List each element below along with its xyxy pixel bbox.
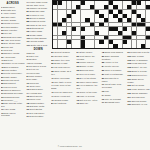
clue-number: 49 <box>51 99 54 101</box>
grid-cell-black <box>137 1 141 5</box>
grid-cell-black <box>109 10 113 14</box>
clue-number: 76 <box>76 102 79 104</box>
clue-number: 1 <box>1 6 3 8</box>
clue-item: 119 Sheep's sound <box>127 100 150 103</box>
clue-number: 61 <box>1 92 4 94</box>
clue-item: 85 Bloom of spring <box>27 17 51 20</box>
clue-item: 80 Early morning moisture <box>102 55 125 61</box>
grid-cell-black <box>127 36 131 40</box>
grid-cell <box>113 23 117 27</box>
grid-cell <box>113 40 117 44</box>
grid-cell <box>146 40 150 44</box>
clue-number: 11 <box>27 85 30 87</box>
copyright-credit: © King Features Synd., Inc. <box>38 145 102 147</box>
grid-cell <box>85 14 89 18</box>
clue-number: 87 <box>102 73 105 75</box>
grid-cell <box>81 14 85 18</box>
clue-item: 20 Mouth of a river <box>1 22 25 25</box>
grid-cell <box>67 23 71 27</box>
clue-number: 99 <box>127 51 130 53</box>
clue-item: 63 Grazing ground <box>1 96 25 99</box>
clue-number: 50 <box>1 72 4 74</box>
grid-cell <box>76 18 80 22</box>
clue-item: 66 Welcome ___ <box>1 99 25 102</box>
grid-cell <box>104 27 108 31</box>
crossword-grid <box>52 0 150 49</box>
clue-item: 53 Poker payment <box>1 79 25 82</box>
grid-cell <box>113 36 117 40</box>
clue-item: 1 Big rig <box>27 52 51 55</box>
grid-cell <box>53 5 57 9</box>
grid-cell-black <box>67 14 71 18</box>
grid-cell <box>53 14 57 18</box>
grid-cell <box>85 31 89 35</box>
grid-cell <box>58 36 62 40</box>
clue-item: 25 Wee bit <box>1 32 25 35</box>
clue-number: 86 <box>102 69 105 71</box>
clue-item: 49 Crow's cousin <box>51 99 74 102</box>
grid-cell <box>132 27 136 31</box>
grid-cell <box>81 10 85 14</box>
clue-number: 45 <box>1 66 4 68</box>
grid-cell-black <box>146 36 150 40</box>
grid-cell-black <box>67 40 71 44</box>
grid-cell-black <box>118 31 122 35</box>
grid-cell <box>141 14 145 18</box>
grid-cell <box>104 31 108 35</box>
grid-cell-black <box>81 36 85 40</box>
grid-cell-black <box>141 18 145 22</box>
clue-item: 87 Part of a staircase <box>102 73 125 76</box>
clue-number: 17 <box>1 19 4 21</box>
clue-number: 88 <box>27 20 30 22</box>
grid-cell <box>95 36 99 40</box>
grid-cell-black <box>132 1 136 5</box>
clue-item: 52 Crafty glance <box>1 76 25 79</box>
clue-number: 56 <box>76 55 79 57</box>
grid-cell <box>109 18 113 22</box>
grid-cell-black <box>58 23 62 27</box>
clue-number: 90 <box>27 24 30 26</box>
clue-number: 37 <box>51 66 54 68</box>
grid-cell <box>146 1 150 5</box>
clue-number: 94 <box>102 94 105 96</box>
grid-cell-black <box>62 31 66 35</box>
clue-item: 81 Sushi-bar eggs <box>27 10 51 13</box>
clue-item: 9 Alpine refrain <box>1 12 25 15</box>
clue-number: 64 <box>76 73 79 75</box>
grid-cell <box>85 23 89 27</box>
clue-item: 13 Fancy party <box>1 16 25 19</box>
grid-cell-black <box>85 18 89 22</box>
grid-cell <box>81 5 85 9</box>
clue-item: 29 Coldest season <box>51 51 74 54</box>
grid-cell <box>141 10 145 14</box>
grid-cell <box>132 5 136 9</box>
grid-cell <box>67 1 71 5</box>
grid-cell-black <box>141 23 145 27</box>
clue-number: 105 <box>127 66 131 68</box>
clue-item: 65 Eye of the storm <box>76 77 99 80</box>
clue-number: 115 <box>127 92 131 94</box>
grid-cell <box>62 5 66 9</box>
grid-cell-black <box>118 10 122 14</box>
clue-item: 5 Operatic solo <box>1 9 25 12</box>
grid-cell-black <box>109 40 113 44</box>
grid-cell-black <box>146 5 150 9</box>
grid-cell <box>99 1 103 5</box>
grid-cell-black <box>72 27 76 31</box>
grid-cell <box>146 18 150 22</box>
clue-item: 93 Lad <box>102 90 125 93</box>
grid-cell <box>72 40 76 44</box>
clue-item: 15 Short snooze <box>27 95 51 98</box>
grid-cell <box>58 14 62 18</box>
clue-number: 119 <box>127 100 131 102</box>
clue-number: 27 <box>27 115 30 117</box>
clue-number: 52 <box>1 76 4 78</box>
clue-number: 25 <box>1 32 4 34</box>
clue-number: 36 <box>1 52 4 54</box>
clue-number: 30 <box>1 42 4 44</box>
clue-item: 59 Miner's discovery <box>1 89 25 92</box>
grid-cell <box>90 27 94 31</box>
clue-item: 35 Beam of light <box>51 62 74 65</box>
clue-item: 95 Festive bash <box>27 30 51 33</box>
clue-item: 121 Opposite of yes <box>127 103 150 106</box>
clue-item: 113 Long, slippery fish <box>127 88 150 91</box>
clue-number: 28 <box>1 39 4 41</box>
grid-cell <box>118 5 122 9</box>
grid-cell <box>76 27 80 31</box>
grid-cell <box>109 23 113 27</box>
clue-item: 117 Golf ball prop <box>127 96 150 99</box>
clue-number: 16 <box>27 98 30 100</box>
clue-number: 101 <box>27 37 31 39</box>
clue-number: 65 <box>76 77 79 79</box>
clue-number: 55 <box>1 82 4 84</box>
clue-number: 84 <box>102 65 105 67</box>
grid-cell-black <box>90 23 94 27</box>
clue-item: 19 Soft gray metal <box>27 105 51 108</box>
grid-cell <box>127 27 131 31</box>
grid-cell <box>137 36 141 40</box>
clue-item: 60 Bundle of hay <box>76 65 99 68</box>
clue-number: 121 <box>127 103 131 105</box>
clue-number: 102 <box>127 59 131 61</box>
grid-cell <box>76 1 80 5</box>
grid-cell <box>137 10 141 14</box>
grid-cell-black <box>99 14 103 18</box>
clue-item: 58 Muddy pig pen <box>76 61 99 64</box>
grid-cell <box>109 36 113 40</box>
grid-cell <box>85 5 89 9</box>
grid-cell <box>76 40 80 44</box>
clue-item: 110 Small green veggie <box>127 78 150 84</box>
clue-number: 44 <box>51 84 54 86</box>
grid-cell <box>123 5 127 9</box>
grid-cell <box>58 5 62 9</box>
clue-item: 74 Funny-page fellow <box>27 1 51 4</box>
clue-number: 97 <box>102 101 105 103</box>
grid-cell <box>53 10 57 14</box>
clue-number: 72 <box>1 112 4 114</box>
grid-cell <box>141 1 145 5</box>
grid-cell-black <box>113 44 117 48</box>
grid-cell <box>62 44 66 48</box>
clue-number: 13 <box>1 16 4 18</box>
grid-cell <box>141 31 145 35</box>
clue-item: 32 Corn unit <box>1 46 25 49</box>
grid-cell <box>123 10 127 14</box>
grid-cell-black <box>127 18 131 22</box>
grid-cell <box>72 5 76 9</box>
grid-cell <box>85 10 89 14</box>
clue-item: 28 Away from home <box>1 39 25 42</box>
grid-cell-black <box>137 23 141 27</box>
clue-item: 107 Settle into a seat <box>27 44 51 47</box>
clue-item: 17 Juicy gossip <box>1 19 25 22</box>
grid-cell <box>90 40 94 44</box>
grid-cell-black <box>53 23 57 27</box>
clue-number: 79 <box>27 7 30 9</box>
clue-number: 7 <box>27 72 29 74</box>
grid-cell <box>118 27 122 31</box>
clue-item: 31 Old gray mare <box>51 55 74 58</box>
clue-item: 57 Lair for a lion <box>1 86 25 89</box>
grid-cell <box>53 31 57 35</box>
clue-item: 26 Soaring sea eagle <box>1 36 25 39</box>
clue-columns-left: ACROSS1 Sharp flavor5 Operatic solo9 Alp… <box>1 1 50 148</box>
grid-cell <box>123 31 127 35</box>
clue-number: 23 <box>1 29 4 31</box>
clue-item: 101 Fleeting glimpse <box>27 37 51 40</box>
clue-number: 58 <box>76 61 79 63</box>
clue-item: 72 New Haven collegian <box>1 112 25 117</box>
clue-item: 115 Caviar, basically <box>127 92 150 95</box>
grid-cell <box>146 14 150 18</box>
clue-item: 92 Bottomless pit <box>27 27 51 30</box>
clue-number: 31 <box>51 55 54 57</box>
clue-number: 100 <box>127 55 131 57</box>
clue-item: 84 Gentle breeze <box>102 65 125 68</box>
clue-number: 77 <box>27 4 30 6</box>
grid-cell <box>137 40 141 44</box>
grid-cell-black <box>104 36 108 40</box>
clue-number: 73 <box>76 95 79 97</box>
grid-cell <box>85 40 89 44</box>
grid-cell <box>118 44 122 48</box>
clue-item: 78 Drink from grapes <box>102 51 125 54</box>
clue-number: 2 <box>27 55 29 57</box>
grid-cell <box>132 40 136 44</box>
grid-cell <box>95 14 99 18</box>
grid-cell <box>113 31 117 35</box>
clue-item: 7 Frozen rain <box>27 72 51 75</box>
grid-cell <box>146 44 150 48</box>
clue-columns-bottom: 29 Coldest season31 Old gray mare33 Mapl… <box>51 51 150 147</box>
clue-number: 5 <box>1 9 3 11</box>
grid-cell-black <box>81 44 85 48</box>
grid-cell <box>76 23 80 27</box>
clue-number: 93 <box>102 90 105 92</box>
clue-number: 5 <box>27 65 29 67</box>
clue-number: 43 <box>1 62 4 64</box>
clue-number: 107 <box>27 44 31 46</box>
clue-number: 110 <box>127 78 131 80</box>
clue-number: 70 <box>1 108 4 110</box>
grid-cell-black <box>53 1 57 5</box>
clue-item: 70 Have debts <box>1 108 25 111</box>
clue-number: 63 <box>1 96 4 98</box>
grid-cell <box>99 10 103 14</box>
grid-cell <box>104 1 108 5</box>
clue-number: 29 <box>51 51 54 53</box>
clue-number: 54 <box>76 51 79 53</box>
clue-item: 100 Take a chair <box>127 55 150 58</box>
clue-item: 61 Steaming beverage <box>1 92 25 95</box>
clue-number: 1 <box>27 52 29 54</box>
clue-item: 98 Glossy fabric <box>27 34 51 37</box>
grid-cell-black <box>132 10 136 14</box>
clue-number: 108 <box>127 74 131 76</box>
grid-cell <box>58 40 62 44</box>
grid-cell <box>113 10 117 14</box>
clue-item: 9 Toy baby <box>27 78 51 81</box>
grid-cell <box>72 23 76 27</box>
clue-item: 77 The briny deep <box>27 4 51 7</box>
grid-cell-black <box>123 36 127 40</box>
grid-cell-black <box>99 23 103 27</box>
clue-item: 45 Bird of wisdom <box>1 66 25 69</box>
grid-cell <box>95 5 99 9</box>
grid-cell <box>104 10 108 14</box>
clue-item: 68 Rise and fall of the sea <box>1 102 25 107</box>
grid-cell <box>104 14 108 18</box>
grid-cell <box>53 40 57 44</box>
grid-cell <box>109 44 113 48</box>
clue-number: 75 <box>76 99 79 101</box>
grid-cell <box>62 27 66 31</box>
grid-cell <box>90 18 94 22</box>
grid-cell <box>53 18 57 22</box>
grid-cell <box>132 36 136 40</box>
grid-cell <box>137 5 141 9</box>
grid-cell <box>104 40 108 44</box>
grid-cell <box>62 23 66 27</box>
clue-number: 3 <box>27 58 29 60</box>
clue-item: 54 Sticky sealer <box>76 51 99 54</box>
clue-number: 19 <box>27 105 30 107</box>
clue-number: 42 <box>51 81 54 83</box>
grid-cell <box>72 18 76 22</box>
clue-number: 34 <box>1 49 4 51</box>
grid-cell-black <box>76 5 80 9</box>
grid-cell <box>58 27 62 31</box>
grid-cell <box>99 36 103 40</box>
clue-item: 79 Wander off course <box>27 7 51 10</box>
grid-cell <box>95 44 99 48</box>
clue-item: 102 Ray of sunshine <box>127 59 150 62</box>
grid-cell <box>90 1 94 5</box>
grid-cell <box>113 1 117 5</box>
clue-item: 108 Gardener's tool <box>127 74 150 77</box>
grid-cell-black <box>137 14 141 18</box>
clue-item: 75 Nut in a pie, often <box>76 99 99 102</box>
clue-item: 16 Phony coin <box>27 98 51 101</box>
grid-cell <box>127 23 131 27</box>
clue-number: 112 <box>127 84 131 86</box>
clue-number: 96 <box>102 98 105 100</box>
clue-number: 106 <box>127 70 131 72</box>
clue-number: 60 <box>76 65 79 67</box>
grid-cell-black <box>118 18 122 22</box>
clue-item: 106 Bring to a close <box>127 70 150 73</box>
grid-cell-black <box>123 27 127 31</box>
grid-cell <box>146 23 150 27</box>
grid-cell <box>58 31 62 35</box>
clue-item: 47 Sour yellow fruit <box>51 95 74 98</box>
grid-cell <box>67 18 71 22</box>
clue-number: 15 <box>27 95 30 97</box>
grid-cell <box>123 18 127 22</box>
grid-cell-black <box>81 1 85 5</box>
grid-cell-black <box>81 27 85 31</box>
grid-cell <box>137 44 141 48</box>
clue-number: 18 <box>27 102 30 104</box>
clue-item: 18 Lamb's mother <box>27 102 51 105</box>
grid-cell <box>123 1 127 5</box>
clue-number: 66 <box>1 99 4 101</box>
grid-cell <box>109 31 113 35</box>
clue-number: 8 <box>27 75 29 77</box>
clue-item: 97 Breakfast juice <box>102 101 125 104</box>
grid-cell <box>67 44 71 48</box>
grid-cell <box>141 36 145 40</box>
clue-item: 69 Hill of sand by the sea <box>76 84 99 90</box>
clue-item: 39 Actor's part <box>1 56 25 59</box>
clue-item: 64 Tool for a rower <box>76 73 99 76</box>
clue-item: 56 Joint above the forearm <box>76 55 99 61</box>
clue-number: 117 <box>127 96 131 98</box>
clue-number: 82 <box>102 61 105 63</box>
grid-cell-black <box>81 40 85 44</box>
grid-cell <box>118 1 122 5</box>
clue-number: 59 <box>1 89 4 91</box>
grid-cell <box>141 27 145 31</box>
grid-cell <box>72 36 76 40</box>
grid-cell <box>95 23 99 27</box>
grid-cell-black <box>104 18 108 22</box>
clue-number: 78 <box>102 51 105 53</box>
grid-cell <box>127 40 131 44</box>
clue-number: 9 <box>1 12 3 14</box>
grid-cell-black <box>123 14 127 18</box>
clue-item: 50 Poet's "previously" <box>1 72 25 75</box>
grid-cell <box>90 14 94 18</box>
grid-cell <box>58 44 62 48</box>
grid-cell <box>85 36 89 40</box>
grid-cell-black <box>99 40 103 44</box>
clue-number: 98 <box>27 34 30 36</box>
clue-item: 21 Lotion additive <box>1 26 25 29</box>
grid-cell <box>104 44 108 48</box>
grid-cell-black <box>123 40 127 44</box>
grid-cell <box>76 10 80 14</box>
grid-cell <box>85 1 89 5</box>
clue-item: 96 Title for a knight <box>102 98 125 101</box>
clue-item: 27 Desert feature <box>27 115 51 118</box>
